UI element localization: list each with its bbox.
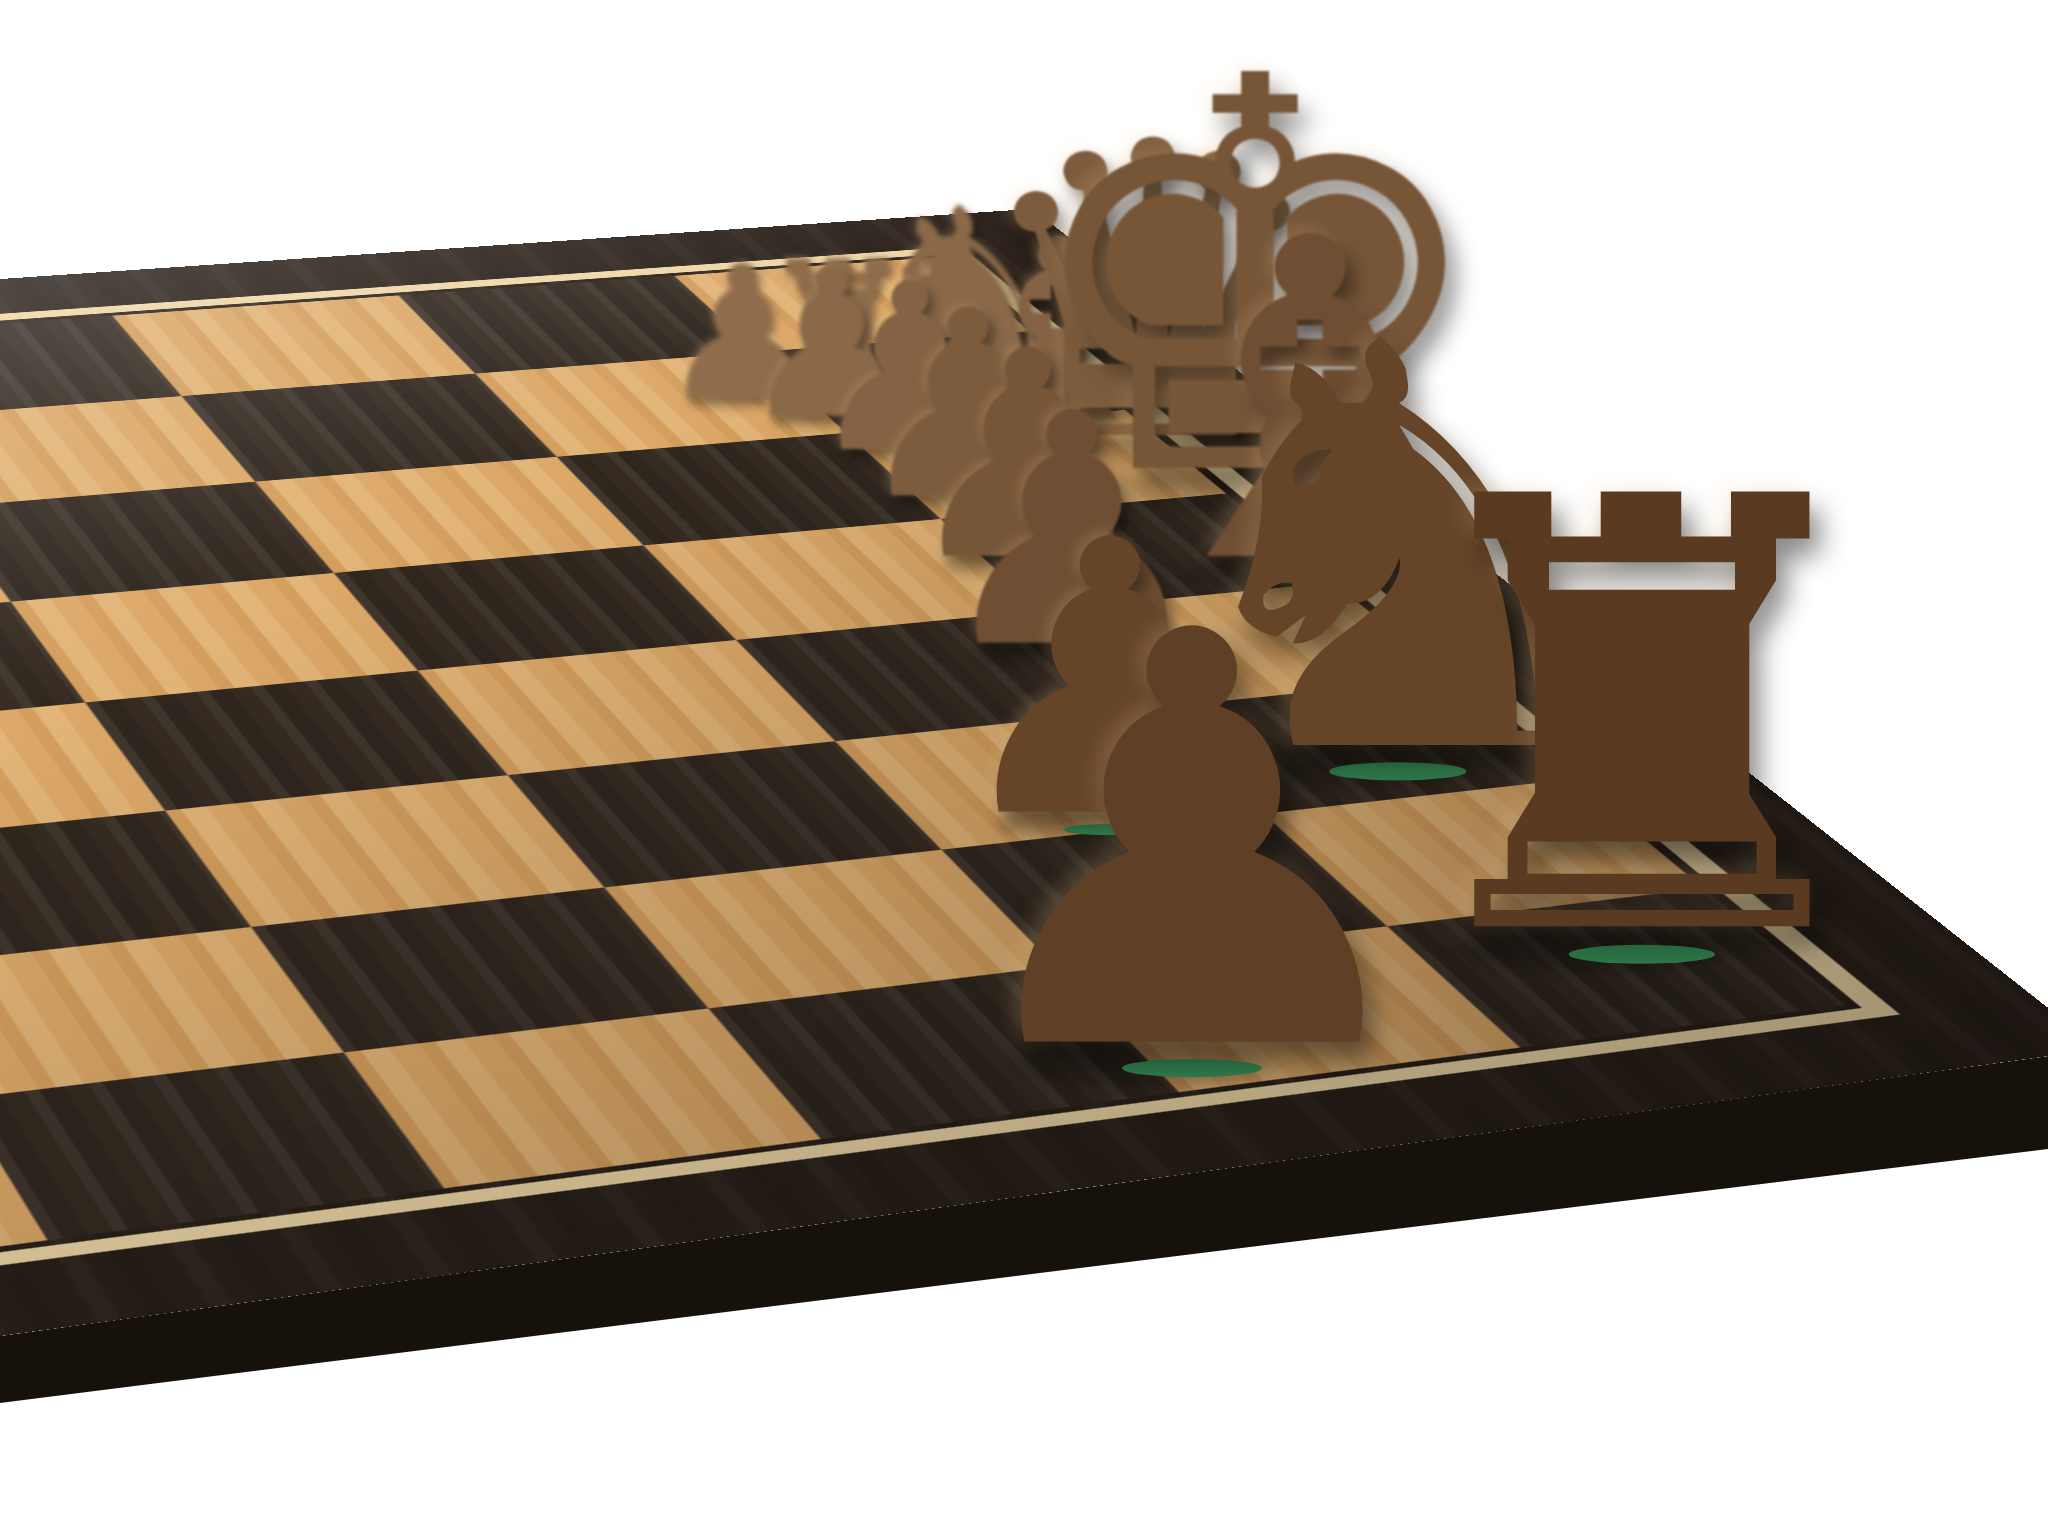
piece-black-pawn-h7[interactable]: ♟: [937, 616, 1448, 1072]
photo-stage: ♜♟♞♟♝♛♟♚♟♟♝♟♞♟♜♟: [0, 0, 2048, 1536]
piece-black-rook-h8[interactable]: ♜: [1375, 482, 1909, 958]
pieces-layer: ♜♟♞♟♝♛♟♚♟♟♝♟♞♟♜♟: [0, 0, 2048, 1536]
